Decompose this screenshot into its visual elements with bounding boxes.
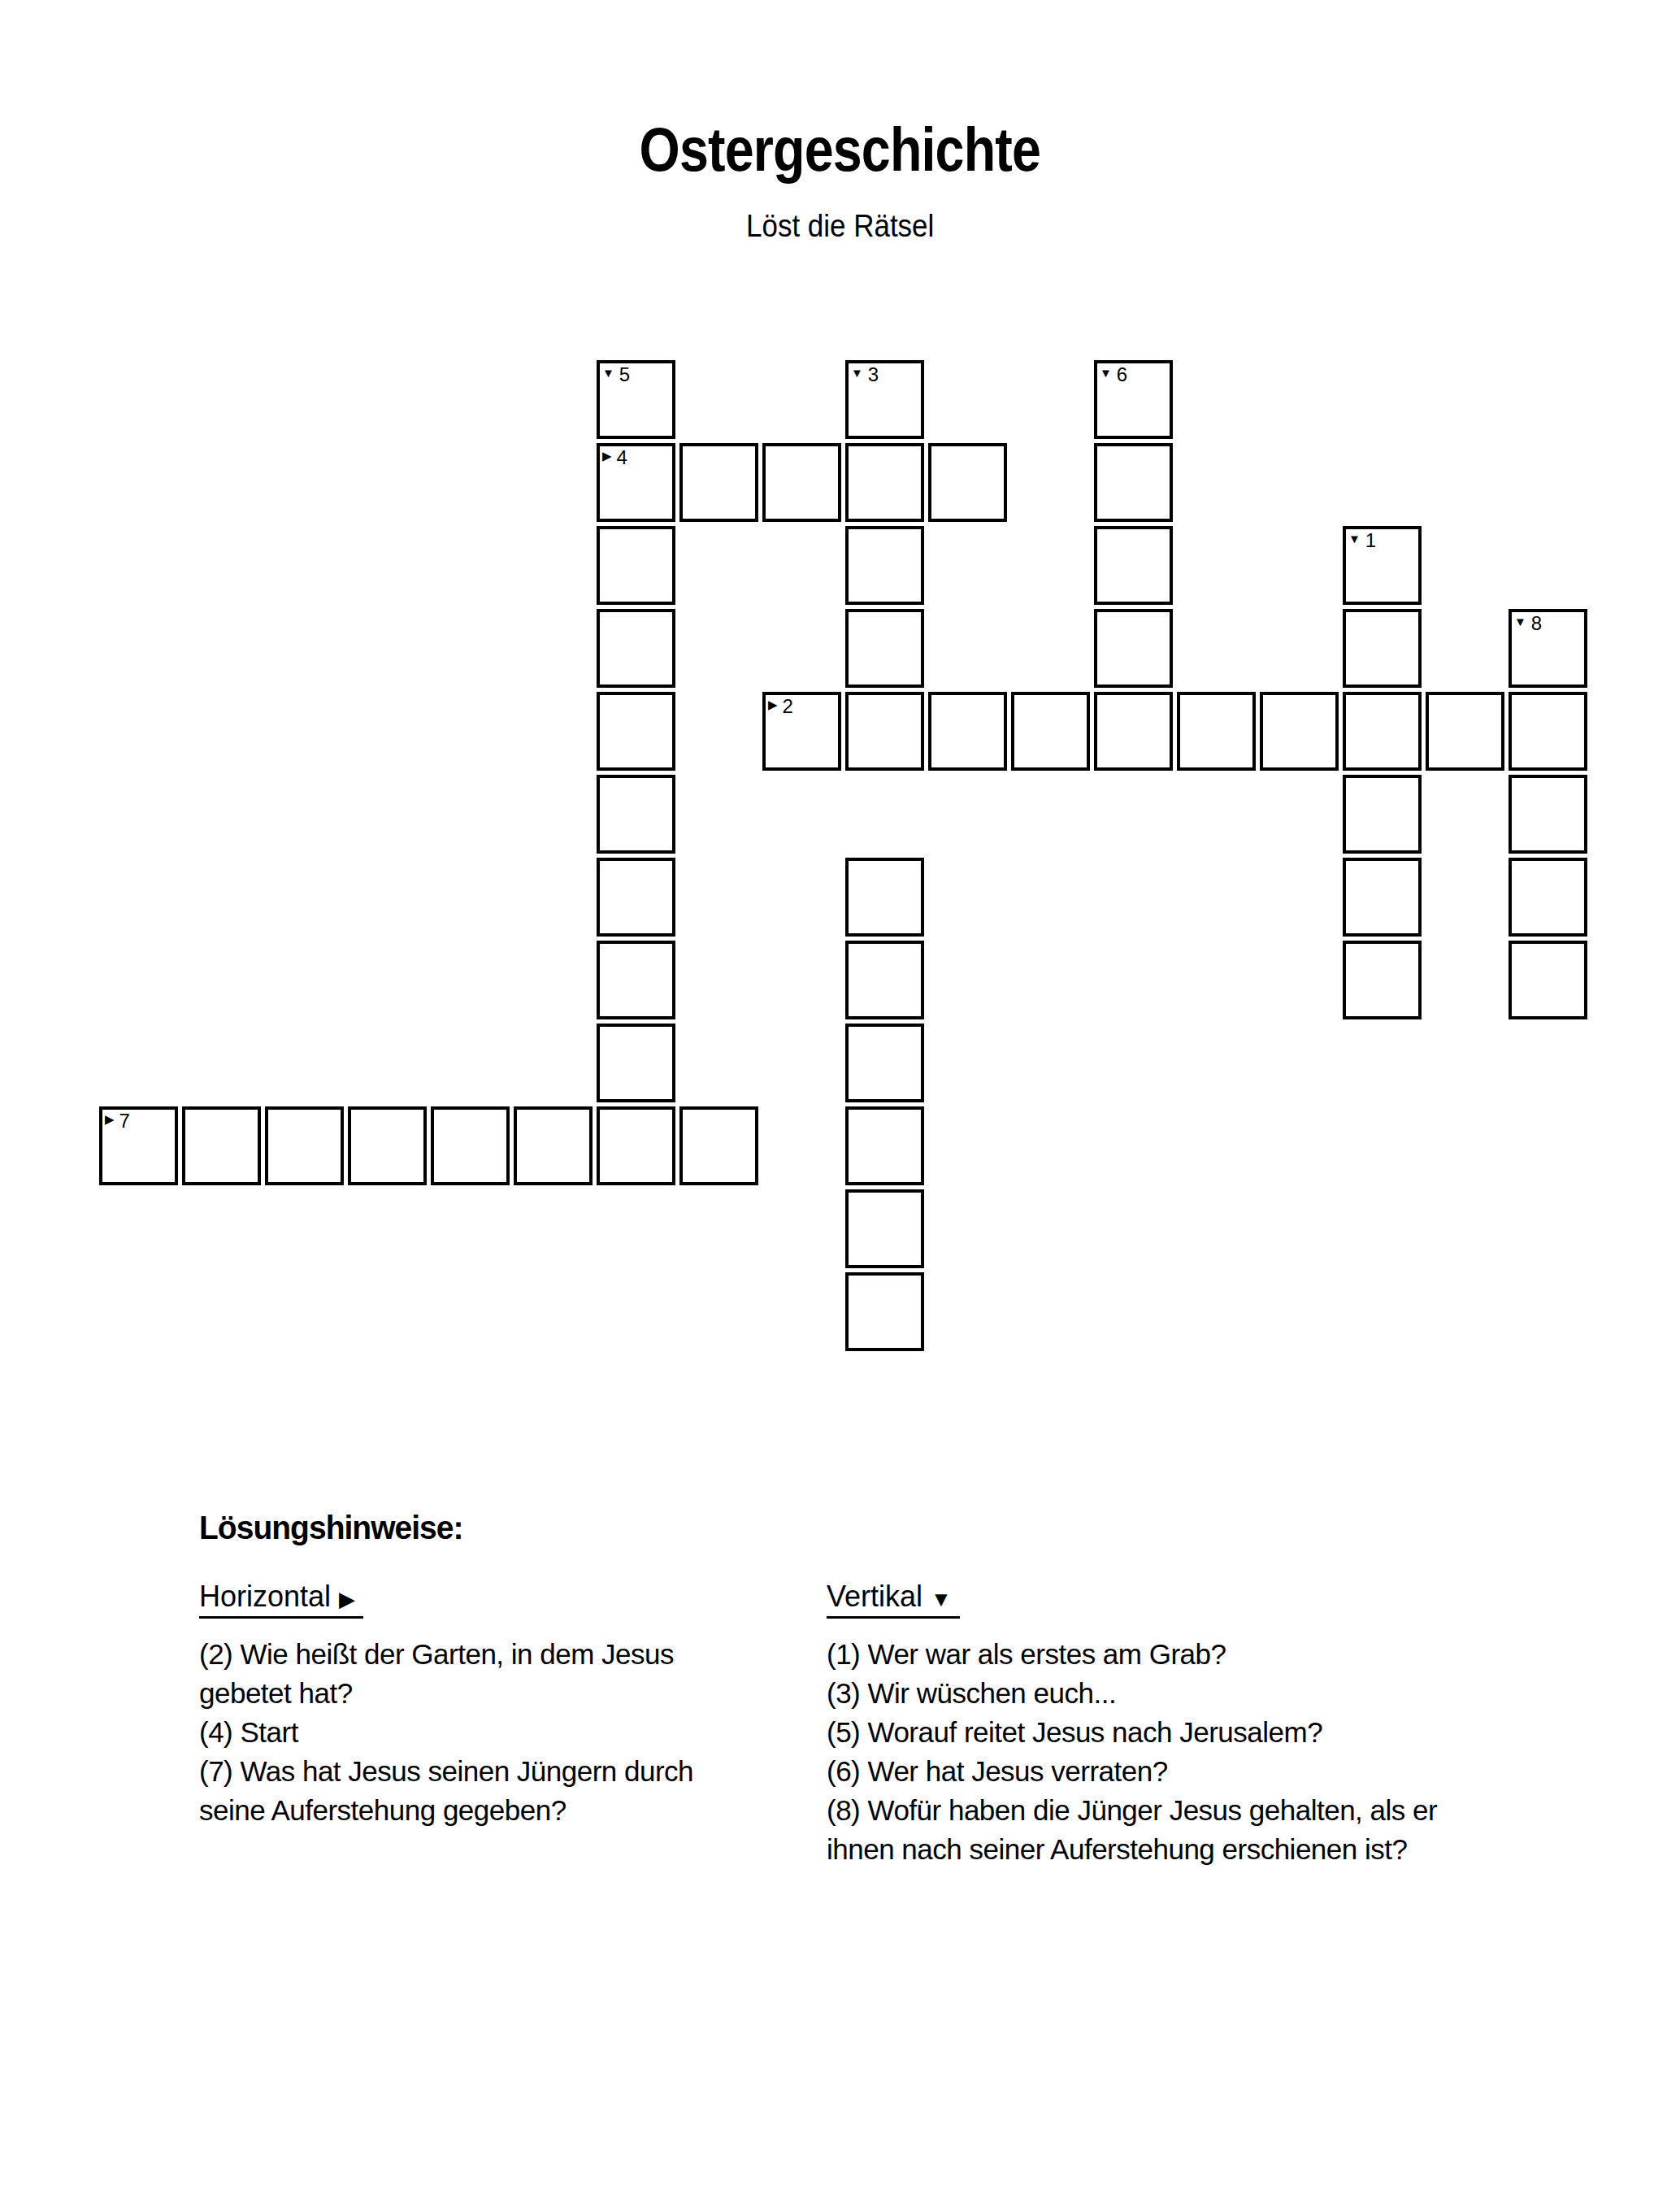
cell-r9-c0[interactable]: ▶7: [99, 1106, 178, 1185]
vertical-clues-column: Vertikal▼ (1) Wer war als erstes am Grab…: [827, 1580, 1623, 1869]
cell-r7-c17[interactable]: [1509, 941, 1587, 1019]
clue-line: (4) Start: [199, 1713, 825, 1752]
word-8-label: ▼8: [1514, 614, 1541, 633]
down-arrow-icon: ▼: [1100, 365, 1112, 381]
down-arrow-icon: ▼: [851, 365, 863, 381]
cell-r7-c6[interactable]: [597, 941, 675, 1019]
hints-heading: Lösungshinweise:: [199, 1509, 463, 1547]
cell-r1-c6[interactable]: ▶4: [597, 443, 675, 522]
cell-r4-c12[interactable]: [1094, 692, 1173, 771]
clue-line: (6) Wer hat Jesus verraten?: [827, 1752, 1623, 1791]
clue-line: (2) Wie heißt der Garten, in dem Jesus: [199, 1635, 825, 1674]
cell-r9-c2[interactable]: [265, 1106, 344, 1185]
down-arrow-icon: ▼: [1514, 614, 1526, 630]
cell-r9-c9[interactable]: [845, 1106, 924, 1185]
crossword-grid: ▼5▼3▼6▶4▼1▼8▶2▶7: [99, 360, 1587, 1351]
cell-r4-c8[interactable]: ▶2: [762, 692, 841, 771]
cell-r2-c9[interactable]: [845, 526, 924, 605]
clue-line: (3) Wir wüschen euch...: [827, 1674, 1623, 1713]
page-title: Ostergeschichte: [640, 119, 1040, 180]
clue-line: (8) Wofür haben die Jünger Jesus gehalte…: [827, 1791, 1623, 1830]
cell-r2-c15[interactable]: ▼1: [1343, 526, 1422, 605]
word-5-label: ▼5: [602, 365, 629, 385]
clue-number: 7: [119, 1111, 129, 1131]
cell-r1-c8[interactable]: [762, 443, 841, 522]
cell-r3-c12[interactable]: [1094, 609, 1173, 688]
cell-r0-c9[interactable]: ▼3: [845, 360, 924, 439]
cell-r11-c9[interactable]: [845, 1272, 924, 1351]
cell-r9-c4[interactable]: [431, 1106, 510, 1185]
down-arrow-icon: ▼: [931, 1587, 952, 1611]
clue-number: 6: [1117, 365, 1127, 385]
clue-number: 8: [1531, 614, 1541, 633]
cell-r3-c17[interactable]: ▼8: [1509, 609, 1587, 688]
right-arrow-icon: ▶: [768, 697, 778, 713]
vertical-heading: Vertikal▼: [827, 1580, 960, 1619]
cell-r2-c6[interactable]: [597, 526, 675, 605]
cell-r10-c9[interactable]: [845, 1189, 924, 1268]
page-subtitle: Löst die Rätsel: [746, 210, 934, 244]
cell-r3-c9[interactable]: [845, 609, 924, 688]
header: Ostergeschichte: [0, 119, 1680, 180]
cell-r4-c14[interactable]: [1260, 692, 1339, 771]
cell-r4-c10[interactable]: [928, 692, 1007, 771]
cell-r5-c17[interactable]: [1509, 775, 1587, 854]
cell-r9-c6[interactable]: [597, 1106, 675, 1185]
cell-r3-c15[interactable]: [1343, 609, 1422, 688]
word-4-label: ▶4: [602, 448, 627, 467]
clue-number: 5: [619, 365, 629, 385]
cell-r5-c6[interactable]: [597, 775, 675, 854]
cell-r4-c15[interactable]: [1343, 692, 1422, 771]
down-arrow-icon: ▼: [602, 365, 614, 381]
cell-r9-c5[interactable]: [514, 1106, 593, 1185]
right-arrow-icon: ▶: [105, 1111, 115, 1128]
horizontal-heading-label: Horizontal: [199, 1580, 331, 1613]
cell-r1-c7[interactable]: [679, 443, 758, 522]
cell-r3-c6[interactable]: [597, 609, 675, 688]
clue-number: 1: [1365, 531, 1375, 550]
horizontal-clues-column: Horizontal▶ (2) Wie heißt der Garten, in…: [199, 1580, 825, 1830]
word-3-label: ▼3: [851, 365, 878, 385]
word-7-label: ▶7: [105, 1111, 129, 1131]
cell-r6-c9[interactable]: [845, 858, 924, 937]
cell-r1-c12[interactable]: [1094, 443, 1173, 522]
cell-r0-c12[interactable]: ▼6: [1094, 360, 1173, 439]
clue-number: 4: [617, 448, 627, 467]
vertical-heading-label: Vertikal: [827, 1580, 922, 1613]
clue-line: (1) Wer war als erstes am Grab?: [827, 1635, 1623, 1674]
clue-number: 2: [783, 697, 792, 716]
cell-r9-c7[interactable]: [679, 1106, 758, 1185]
clue-line: (7) Was hat Jesus seinen Jüngern durch: [199, 1752, 825, 1791]
cell-r8-c6[interactable]: [597, 1024, 675, 1102]
horizontal-heading: Horizontal▶: [199, 1580, 363, 1619]
clue-number: 3: [868, 365, 878, 385]
clue-line: gebetet hat?: [199, 1674, 825, 1713]
cell-r4-c13[interactable]: [1177, 692, 1256, 771]
horizontal-clue-list: (2) Wie heißt der Garten, in dem Jesus g…: [199, 1635, 825, 1830]
cell-r6-c6[interactable]: [597, 858, 675, 937]
clue-line: seine Auferstehung gegeben?: [199, 1791, 825, 1830]
cell-r2-c12[interactable]: [1094, 526, 1173, 605]
cell-r8-c9[interactable]: [845, 1024, 924, 1102]
cell-r5-c15[interactable]: [1343, 775, 1422, 854]
cell-r6-c17[interactable]: [1509, 858, 1587, 937]
cell-r1-c9[interactable]: [845, 443, 924, 522]
cell-r4-c9[interactable]: [845, 692, 924, 771]
right-arrow-icon: ▶: [339, 1587, 355, 1611]
cell-r4-c6[interactable]: [597, 692, 675, 771]
cell-r1-c10[interactable]: [928, 443, 1007, 522]
cell-r6-c15[interactable]: [1343, 858, 1422, 937]
cell-r4-c16[interactable]: [1426, 692, 1504, 771]
vertical-clue-list: (1) Wer war als erstes am Grab? (3) Wir …: [827, 1635, 1623, 1869]
right-arrow-icon: ▶: [602, 448, 612, 464]
clue-line: ihnen nach seiner Auferstehung erschiene…: [827, 1830, 1623, 1869]
down-arrow-icon: ▼: [1348, 531, 1361, 547]
word-2-label: ▶2: [768, 697, 792, 716]
cell-r7-c15[interactable]: [1343, 941, 1422, 1019]
cell-r4-c11[interactable]: [1011, 692, 1090, 771]
clue-line: (5) Worauf reitet Jesus nach Jerusalem?: [827, 1713, 1623, 1752]
cell-r0-c6[interactable]: ▼5: [597, 360, 675, 439]
word-1-label: ▼1: [1348, 531, 1375, 550]
cell-r9-c3[interactable]: [348, 1106, 427, 1185]
cell-r4-c17[interactable]: [1509, 692, 1587, 771]
cell-r9-c1[interactable]: [182, 1106, 261, 1185]
word-6-label: ▼6: [1100, 365, 1127, 385]
subheader: Löst die Rätsel: [0, 210, 1680, 244]
cell-r7-c9[interactable]: [845, 941, 924, 1019]
